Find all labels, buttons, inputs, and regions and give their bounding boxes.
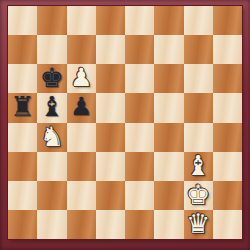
square-c3[interactable] bbox=[67, 152, 96, 181]
square-a5[interactable]: ♜ bbox=[8, 93, 37, 122]
square-h8[interactable] bbox=[213, 6, 242, 35]
square-c5[interactable]: ♟ bbox=[67, 93, 96, 122]
square-g3[interactable]: ♝ bbox=[184, 152, 213, 181]
board-frame: ♚♟♜♝♟♞♝♚♛ bbox=[0, 0, 250, 250]
square-f7[interactable] bbox=[154, 35, 183, 64]
square-e4[interactable] bbox=[125, 123, 154, 152]
white-king: ♚ bbox=[186, 180, 210, 209]
square-d3[interactable] bbox=[96, 152, 125, 181]
square-a7[interactable] bbox=[8, 35, 37, 64]
square-h5[interactable] bbox=[213, 93, 242, 122]
square-d5[interactable] bbox=[96, 93, 125, 122]
square-c4[interactable] bbox=[67, 123, 96, 152]
square-c1[interactable] bbox=[67, 210, 96, 239]
square-e3[interactable] bbox=[125, 152, 154, 181]
square-e2[interactable] bbox=[125, 181, 154, 210]
square-d6[interactable] bbox=[96, 64, 125, 93]
square-f2[interactable] bbox=[154, 181, 183, 210]
square-b7[interactable] bbox=[37, 35, 66, 64]
square-b6[interactable]: ♚ bbox=[37, 64, 66, 93]
square-h1[interactable] bbox=[213, 210, 242, 239]
square-a1[interactable] bbox=[8, 210, 37, 239]
square-c7[interactable] bbox=[67, 35, 96, 64]
square-d2[interactable] bbox=[96, 181, 125, 210]
square-g8[interactable] bbox=[184, 6, 213, 35]
square-b8[interactable] bbox=[37, 6, 66, 35]
square-a3[interactable] bbox=[8, 152, 37, 181]
black-bishop: ♝ bbox=[40, 92, 64, 121]
square-e5[interactable] bbox=[125, 93, 154, 122]
white-queen: ♛ bbox=[186, 209, 210, 238]
square-h7[interactable] bbox=[213, 35, 242, 64]
square-g4[interactable] bbox=[184, 123, 213, 152]
square-h4[interactable] bbox=[213, 123, 242, 152]
square-d1[interactable] bbox=[96, 210, 125, 239]
square-c8[interactable] bbox=[67, 6, 96, 35]
square-b2[interactable] bbox=[37, 181, 66, 210]
square-b5[interactable]: ♝ bbox=[37, 93, 66, 122]
black-pawn: ♟ bbox=[70, 92, 92, 121]
square-a4[interactable] bbox=[8, 123, 37, 152]
square-b1[interactable] bbox=[37, 210, 66, 239]
square-e7[interactable] bbox=[125, 35, 154, 64]
square-a2[interactable] bbox=[8, 181, 37, 210]
square-c2[interactable] bbox=[67, 181, 96, 210]
square-a6[interactable] bbox=[8, 64, 37, 93]
square-g1[interactable]: ♛ bbox=[184, 210, 213, 239]
chess-board: ♚♟♜♝♟♞♝♚♛ bbox=[8, 6, 242, 239]
square-h6[interactable] bbox=[213, 64, 242, 93]
square-f4[interactable] bbox=[154, 123, 183, 152]
white-pawn: ♟ bbox=[70, 63, 92, 92]
square-g2[interactable]: ♚ bbox=[184, 181, 213, 210]
square-h3[interactable] bbox=[213, 152, 242, 181]
square-b4[interactable]: ♞ bbox=[37, 123, 66, 152]
square-h2[interactable] bbox=[213, 181, 242, 210]
square-d8[interactable] bbox=[96, 6, 125, 35]
square-c6[interactable]: ♟ bbox=[67, 64, 96, 93]
square-f1[interactable] bbox=[154, 210, 183, 239]
square-g5[interactable] bbox=[184, 93, 213, 122]
square-g7[interactable] bbox=[184, 35, 213, 64]
square-b3[interactable] bbox=[37, 152, 66, 181]
black-king: ♚ bbox=[40, 63, 64, 92]
square-f8[interactable] bbox=[154, 6, 183, 35]
square-e6[interactable] bbox=[125, 64, 154, 93]
square-e1[interactable] bbox=[125, 210, 154, 239]
square-a8[interactable] bbox=[8, 6, 37, 35]
square-e8[interactable] bbox=[125, 6, 154, 35]
square-f6[interactable] bbox=[154, 64, 183, 93]
square-d4[interactable] bbox=[96, 123, 125, 152]
square-f5[interactable] bbox=[154, 93, 183, 122]
square-f3[interactable] bbox=[154, 152, 183, 181]
square-d7[interactable] bbox=[96, 35, 125, 64]
white-knight: ♞ bbox=[40, 122, 64, 151]
square-g6[interactable] bbox=[184, 64, 213, 93]
black-rook: ♜ bbox=[11, 92, 35, 121]
white-bishop: ♝ bbox=[186, 151, 210, 180]
